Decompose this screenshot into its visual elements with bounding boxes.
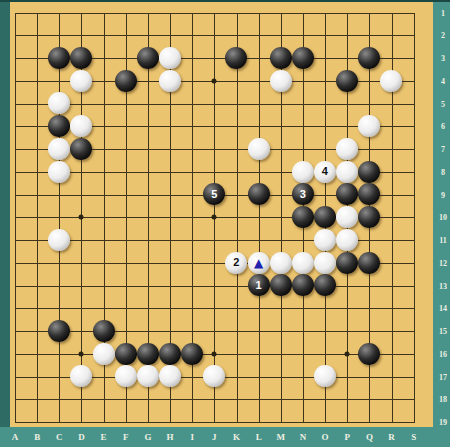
intersection[interactable] — [26, 388, 48, 411]
intersection[interactable] — [380, 274, 402, 297]
intersection[interactable] — [358, 183, 380, 206]
intersection[interactable] — [380, 160, 402, 183]
intersection[interactable] — [336, 274, 358, 297]
intersection[interactable] — [225, 342, 247, 365]
intersection[interactable] — [159, 183, 181, 206]
intersection[interactable] — [48, 206, 70, 229]
intersection[interactable] — [181, 47, 203, 70]
white-stone[interactable] — [270, 252, 292, 274]
intersection[interactable] — [70, 342, 92, 365]
intersection[interactable] — [336, 251, 358, 274]
intersection[interactable] — [247, 47, 269, 70]
intersection[interactable] — [270, 183, 292, 206]
intersection[interactable] — [292, 342, 314, 365]
black-stone[interactable]: 5 — [203, 183, 225, 205]
intersection[interactable] — [247, 388, 269, 411]
intersection[interactable] — [115, 69, 137, 92]
intersection[interactable] — [70, 69, 92, 92]
intersection[interactable] — [247, 115, 269, 138]
black-stone[interactable] — [115, 343, 137, 365]
intersection[interactable]: 5 — [203, 183, 225, 206]
intersection[interactable] — [402, 115, 424, 138]
intersection[interactable] — [336, 138, 358, 161]
intersection[interactable] — [70, 297, 92, 320]
intersection[interactable] — [203, 342, 225, 365]
black-stone[interactable] — [336, 183, 358, 205]
intersection[interactable] — [336, 206, 358, 229]
intersection[interactable] — [292, 274, 314, 297]
intersection[interactable] — [380, 320, 402, 343]
black-stone[interactable] — [48, 320, 70, 342]
intersection[interactable] — [26, 274, 48, 297]
intersection[interactable] — [225, 411, 247, 434]
intersection[interactable] — [159, 297, 181, 320]
intersection[interactable] — [292, 251, 314, 274]
white-stone[interactable] — [48, 161, 70, 183]
intersection[interactable] — [270, 388, 292, 411]
intersection[interactable] — [115, 411, 137, 434]
white-stone[interactable] — [336, 206, 358, 228]
intersection[interactable] — [225, 115, 247, 138]
white-stone[interactable]: ▲ — [248, 252, 270, 274]
intersection[interactable] — [292, 115, 314, 138]
intersection[interactable] — [181, 1, 203, 24]
intersection[interactable] — [270, 365, 292, 388]
intersection[interactable] — [336, 320, 358, 343]
intersection[interactable] — [26, 365, 48, 388]
intersection[interactable] — [270, 274, 292, 297]
intersection[interactable]: 4 — [314, 160, 336, 183]
intersection[interactable] — [137, 115, 159, 138]
intersection[interactable] — [26, 24, 48, 47]
intersection[interactable] — [137, 138, 159, 161]
intersection[interactable] — [336, 229, 358, 252]
intersection[interactable] — [336, 342, 358, 365]
intersection[interactable] — [159, 274, 181, 297]
black-stone[interactable]: 1 — [248, 274, 270, 296]
intersection[interactable] — [336, 47, 358, 70]
intersection[interactable] — [247, 411, 269, 434]
intersection[interactable] — [203, 365, 225, 388]
intersection[interactable] — [380, 115, 402, 138]
black-stone[interactable] — [137, 343, 159, 365]
black-stone[interactable] — [314, 274, 336, 296]
intersection[interactable] — [115, 342, 137, 365]
black-stone[interactable] — [137, 47, 159, 69]
intersection[interactable] — [70, 1, 92, 24]
intersection[interactable] — [26, 183, 48, 206]
intersection[interactable] — [336, 160, 358, 183]
intersection[interactable] — [4, 388, 26, 411]
intersection[interactable] — [336, 365, 358, 388]
intersection[interactable] — [115, 115, 137, 138]
intersection[interactable] — [292, 320, 314, 343]
intersection[interactable] — [247, 138, 269, 161]
black-stone[interactable] — [292, 274, 314, 296]
intersection[interactable] — [247, 320, 269, 343]
white-stone[interactable] — [115, 365, 137, 387]
intersection[interactable] — [402, 206, 424, 229]
intersection[interactable] — [358, 115, 380, 138]
intersection[interactable] — [203, 160, 225, 183]
black-stone[interactable] — [358, 47, 380, 69]
intersection[interactable] — [70, 92, 92, 115]
intersection[interactable] — [70, 411, 92, 434]
intersection[interactable] — [159, 206, 181, 229]
intersection[interactable] — [115, 229, 137, 252]
intersection[interactable] — [181, 388, 203, 411]
intersection[interactable] — [137, 47, 159, 70]
intersection[interactable] — [380, 138, 402, 161]
intersection[interactable] — [181, 138, 203, 161]
intersection[interactable] — [358, 1, 380, 24]
intersection[interactable] — [203, 92, 225, 115]
intersection[interactable] — [225, 47, 247, 70]
intersection[interactable] — [358, 251, 380, 274]
intersection[interactable] — [380, 342, 402, 365]
intersection[interactable] — [314, 297, 336, 320]
intersection[interactable] — [181, 24, 203, 47]
intersection[interactable] — [26, 229, 48, 252]
intersection[interactable] — [314, 138, 336, 161]
intersection[interactable] — [48, 411, 70, 434]
black-stone[interactable] — [159, 343, 181, 365]
black-stone[interactable] — [48, 115, 70, 137]
intersection[interactable] — [92, 297, 114, 320]
intersection[interactable] — [270, 160, 292, 183]
intersection[interactable] — [270, 1, 292, 24]
intersection[interactable] — [137, 342, 159, 365]
intersection[interactable] — [181, 411, 203, 434]
intersection[interactable] — [225, 92, 247, 115]
intersection[interactable] — [181, 92, 203, 115]
intersection[interactable] — [137, 297, 159, 320]
black-stone[interactable] — [358, 161, 380, 183]
intersection[interactable] — [336, 388, 358, 411]
intersection[interactable] — [292, 365, 314, 388]
intersection[interactable] — [181, 297, 203, 320]
intersection[interactable] — [225, 365, 247, 388]
intersection[interactable] — [380, 388, 402, 411]
intersection[interactable] — [159, 92, 181, 115]
intersection[interactable] — [115, 320, 137, 343]
intersection[interactable] — [380, 365, 402, 388]
intersection[interactable] — [4, 92, 26, 115]
intersection[interactable] — [358, 138, 380, 161]
black-stone[interactable] — [48, 47, 70, 69]
intersection[interactable] — [292, 138, 314, 161]
intersection[interactable] — [115, 160, 137, 183]
intersection[interactable] — [4, 297, 26, 320]
intersection[interactable] — [402, 342, 424, 365]
intersection[interactable] — [92, 138, 114, 161]
intersection[interactable] — [402, 388, 424, 411]
intersection[interactable] — [402, 1, 424, 24]
intersection[interactable] — [137, 365, 159, 388]
intersection[interactable] — [137, 388, 159, 411]
intersection[interactable] — [115, 388, 137, 411]
intersection[interactable] — [115, 138, 137, 161]
black-stone[interactable] — [248, 183, 270, 205]
intersection[interactable] — [181, 69, 203, 92]
intersection[interactable] — [247, 206, 269, 229]
intersection[interactable] — [48, 320, 70, 343]
intersection[interactable] — [336, 24, 358, 47]
intersection[interactable] — [358, 229, 380, 252]
intersection[interactable] — [270, 69, 292, 92]
white-stone[interactable] — [336, 229, 358, 251]
intersection[interactable] — [92, 206, 114, 229]
intersection[interactable] — [4, 24, 26, 47]
intersection[interactable] — [314, 24, 336, 47]
intersection[interactable] — [92, 274, 114, 297]
intersection[interactable] — [4, 365, 26, 388]
intersection[interactable] — [358, 342, 380, 365]
intersection[interactable] — [159, 365, 181, 388]
black-stone[interactable] — [270, 274, 292, 296]
intersection[interactable] — [292, 92, 314, 115]
intersection[interactable] — [314, 69, 336, 92]
intersection[interactable] — [270, 251, 292, 274]
intersection[interactable] — [26, 138, 48, 161]
intersection[interactable] — [358, 92, 380, 115]
intersection[interactable] — [137, 206, 159, 229]
intersection[interactable] — [137, 320, 159, 343]
intersection[interactable] — [402, 320, 424, 343]
intersection[interactable] — [92, 365, 114, 388]
intersection[interactable] — [270, 115, 292, 138]
intersection[interactable] — [292, 229, 314, 252]
intersection[interactable] — [70, 183, 92, 206]
intersection[interactable] — [70, 138, 92, 161]
intersection[interactable] — [402, 411, 424, 434]
intersection[interactable] — [48, 297, 70, 320]
intersection[interactable] — [159, 160, 181, 183]
intersection[interactable] — [314, 115, 336, 138]
intersection[interactable] — [48, 115, 70, 138]
intersection[interactable] — [358, 388, 380, 411]
intersection[interactable] — [358, 297, 380, 320]
intersection[interactable] — [270, 411, 292, 434]
intersection[interactable] — [159, 251, 181, 274]
intersection[interactable] — [48, 274, 70, 297]
white-stone[interactable] — [70, 365, 92, 387]
intersection[interactable] — [70, 24, 92, 47]
white-stone[interactable] — [159, 365, 181, 387]
intersection[interactable] — [314, 388, 336, 411]
white-stone[interactable] — [358, 115, 380, 137]
black-stone[interactable] — [292, 206, 314, 228]
intersection[interactable] — [225, 206, 247, 229]
intersection[interactable] — [402, 69, 424, 92]
white-stone[interactable] — [137, 365, 159, 387]
intersection[interactable] — [92, 24, 114, 47]
white-stone[interactable] — [314, 365, 336, 387]
white-stone[interactable] — [292, 252, 314, 274]
intersection[interactable] — [402, 274, 424, 297]
intersection[interactable] — [225, 388, 247, 411]
intersection[interactable] — [402, 47, 424, 70]
intersection[interactable] — [115, 251, 137, 274]
black-stone[interactable]: 3 — [292, 183, 314, 205]
intersection[interactable] — [137, 183, 159, 206]
intersection[interactable] — [70, 365, 92, 388]
intersection[interactable] — [181, 320, 203, 343]
intersection[interactable] — [48, 69, 70, 92]
intersection[interactable] — [203, 47, 225, 70]
intersection[interactable] — [92, 183, 114, 206]
intersection[interactable] — [159, 388, 181, 411]
white-stone[interactable] — [70, 70, 92, 92]
intersection[interactable] — [247, 365, 269, 388]
intersection[interactable] — [292, 24, 314, 47]
intersection[interactable] — [380, 229, 402, 252]
intersection[interactable] — [92, 69, 114, 92]
intersection[interactable] — [26, 47, 48, 70]
intersection[interactable] — [203, 138, 225, 161]
intersection[interactable] — [292, 206, 314, 229]
intersection[interactable] — [225, 229, 247, 252]
white-stone[interactable] — [93, 343, 115, 365]
intersection[interactable] — [48, 388, 70, 411]
intersection[interactable] — [402, 251, 424, 274]
intersection[interactable] — [181, 342, 203, 365]
black-stone[interactable] — [115, 70, 137, 92]
intersection[interactable] — [358, 365, 380, 388]
intersection[interactable] — [70, 229, 92, 252]
intersection[interactable] — [203, 69, 225, 92]
intersection[interactable] — [4, 274, 26, 297]
black-stone[interactable] — [336, 70, 358, 92]
intersection[interactable] — [292, 69, 314, 92]
intersection[interactable] — [137, 229, 159, 252]
intersection[interactable] — [203, 1, 225, 24]
intersection[interactable] — [26, 320, 48, 343]
intersection[interactable] — [4, 229, 26, 252]
intersection[interactable] — [137, 274, 159, 297]
intersection[interactable] — [137, 24, 159, 47]
intersection[interactable] — [314, 342, 336, 365]
intersection[interactable] — [159, 229, 181, 252]
intersection[interactable] — [115, 92, 137, 115]
intersection[interactable] — [92, 160, 114, 183]
intersection[interactable] — [4, 320, 26, 343]
intersection[interactable] — [48, 160, 70, 183]
intersection[interactable]: 3 — [292, 183, 314, 206]
intersection[interactable] — [380, 297, 402, 320]
intersection[interactable]: ▲ — [247, 251, 269, 274]
intersection[interactable] — [270, 92, 292, 115]
intersection[interactable] — [270, 138, 292, 161]
intersection[interactable] — [181, 183, 203, 206]
intersection[interactable] — [358, 69, 380, 92]
intersection[interactable] — [314, 206, 336, 229]
intersection[interactable] — [203, 206, 225, 229]
intersection[interactable] — [137, 92, 159, 115]
intersection[interactable] — [181, 160, 203, 183]
intersection[interactable] — [26, 251, 48, 274]
intersection[interactable] — [181, 229, 203, 252]
intersection[interactable] — [270, 342, 292, 365]
intersection[interactable] — [270, 229, 292, 252]
intersection[interactable] — [48, 342, 70, 365]
intersection[interactable] — [48, 365, 70, 388]
intersection[interactable] — [314, 251, 336, 274]
intersection[interactable] — [181, 115, 203, 138]
intersection[interactable] — [292, 160, 314, 183]
intersection[interactable] — [247, 297, 269, 320]
intersection[interactable] — [203, 320, 225, 343]
black-stone[interactable] — [181, 343, 203, 365]
white-stone[interactable] — [380, 70, 402, 92]
intersection[interactable] — [203, 24, 225, 47]
intersection[interactable] — [48, 138, 70, 161]
intersection[interactable] — [203, 229, 225, 252]
intersection[interactable] — [225, 1, 247, 24]
intersection[interactable] — [380, 251, 402, 274]
intersection[interactable] — [92, 1, 114, 24]
intersection[interactable] — [92, 229, 114, 252]
intersection[interactable] — [181, 206, 203, 229]
intersection[interactable] — [159, 320, 181, 343]
intersection[interactable] — [358, 411, 380, 434]
intersection[interactable] — [26, 342, 48, 365]
intersection[interactable] — [48, 183, 70, 206]
intersection[interactable] — [26, 160, 48, 183]
white-stone[interactable] — [270, 70, 292, 92]
intersection[interactable] — [247, 183, 269, 206]
intersection[interactable] — [159, 24, 181, 47]
black-stone[interactable] — [358, 183, 380, 205]
intersection[interactable] — [48, 229, 70, 252]
intersection[interactable] — [402, 297, 424, 320]
intersection[interactable] — [26, 92, 48, 115]
intersection[interactable] — [26, 206, 48, 229]
intersection[interactable] — [380, 47, 402, 70]
intersection[interactable] — [137, 1, 159, 24]
intersection[interactable] — [358, 47, 380, 70]
black-stone[interactable] — [225, 47, 247, 69]
intersection[interactable] — [402, 365, 424, 388]
intersection[interactable] — [92, 115, 114, 138]
black-stone[interactable] — [336, 252, 358, 274]
black-stone[interactable] — [358, 252, 380, 274]
intersection[interactable] — [203, 274, 225, 297]
intersection[interactable] — [4, 342, 26, 365]
white-stone[interactable] — [159, 70, 181, 92]
white-stone[interactable]: 2 — [225, 252, 247, 274]
white-stone[interactable] — [48, 92, 70, 114]
intersection[interactable] — [137, 69, 159, 92]
intersection[interactable] — [70, 251, 92, 274]
intersection[interactable] — [92, 47, 114, 70]
intersection[interactable] — [70, 320, 92, 343]
intersection[interactable] — [203, 251, 225, 274]
intersection[interactable] — [4, 138, 26, 161]
intersection[interactable] — [314, 47, 336, 70]
intersection[interactable] — [48, 251, 70, 274]
intersection[interactable] — [115, 274, 137, 297]
intersection[interactable] — [270, 320, 292, 343]
intersection[interactable] — [26, 1, 48, 24]
intersection[interactable] — [70, 47, 92, 70]
white-stone[interactable] — [159, 47, 181, 69]
intersection[interactable] — [336, 1, 358, 24]
white-stone[interactable] — [314, 252, 336, 274]
intersection[interactable] — [4, 183, 26, 206]
intersection[interactable] — [247, 92, 269, 115]
intersection[interactable] — [314, 92, 336, 115]
